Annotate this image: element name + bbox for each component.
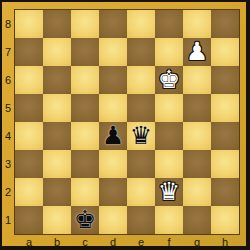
square-h2[interactable] — [211, 178, 239, 206]
square-e6[interactable] — [127, 66, 155, 94]
square-a2[interactable] — [15, 178, 43, 206]
square-h3[interactable] — [211, 150, 239, 178]
square-f1[interactable] — [155, 206, 183, 234]
rank-label-3: 3 — [2, 150, 14, 178]
square-d3[interactable] — [99, 150, 127, 178]
square-g4[interactable] — [183, 122, 211, 150]
square-g8[interactable] — [183, 10, 211, 38]
square-b7[interactable] — [43, 38, 71, 66]
rank-label-8: 8 — [2, 10, 14, 38]
square-d2[interactable] — [99, 178, 127, 206]
rank-label-5: 5 — [2, 94, 14, 122]
square-g2[interactable] — [183, 178, 211, 206]
square-b6[interactable] — [43, 66, 71, 94]
square-f2[interactable]: ♛ — [155, 178, 183, 206]
square-g1[interactable] — [183, 206, 211, 234]
file-label-g: g — [183, 236, 211, 249]
chess-diagram: ♟♚♟♛♛♚ 87654321 abcdefgh — [0, 0, 250, 250]
square-e1[interactable] — [127, 206, 155, 234]
rank-label-7: 7 — [2, 38, 14, 66]
square-h8[interactable] — [211, 10, 239, 38]
square-d6[interactable] — [99, 66, 127, 94]
square-h4[interactable] — [211, 122, 239, 150]
white-pawn[interactable]: ♟ — [186, 38, 208, 66]
square-f4[interactable] — [155, 122, 183, 150]
square-c2[interactable] — [71, 178, 99, 206]
square-e4[interactable]: ♛ — [127, 122, 155, 150]
square-g5[interactable] — [183, 94, 211, 122]
square-c4[interactable] — [71, 122, 99, 150]
square-f3[interactable] — [155, 150, 183, 178]
square-h1[interactable] — [211, 206, 239, 234]
square-b1[interactable] — [43, 206, 71, 234]
square-e2[interactable] — [127, 178, 155, 206]
square-b2[interactable] — [43, 178, 71, 206]
square-c8[interactable] — [71, 10, 99, 38]
square-h6[interactable] — [211, 66, 239, 94]
square-g6[interactable] — [183, 66, 211, 94]
square-d8[interactable] — [99, 10, 127, 38]
square-a6[interactable] — [15, 66, 43, 94]
square-f5[interactable] — [155, 94, 183, 122]
rank-label-1: 1 — [2, 206, 14, 234]
square-g3[interactable] — [183, 150, 211, 178]
file-label-d: d — [99, 236, 127, 249]
black-queen[interactable]: ♛ — [130, 122, 152, 150]
black-pawn[interactable]: ♟ — [102, 122, 124, 150]
white-queen[interactable]: ♛ — [158, 178, 180, 206]
square-e3[interactable] — [127, 150, 155, 178]
white-king[interactable]: ♚ — [158, 66, 180, 94]
square-b5[interactable] — [43, 94, 71, 122]
square-c5[interactable] — [71, 94, 99, 122]
square-f8[interactable] — [155, 10, 183, 38]
square-h5[interactable] — [211, 94, 239, 122]
square-d7[interactable] — [99, 38, 127, 66]
square-g7[interactable]: ♟ — [183, 38, 211, 66]
square-f6[interactable]: ♚ — [155, 66, 183, 94]
square-a5[interactable] — [15, 94, 43, 122]
file-label-e: e — [127, 236, 155, 249]
rank-label-6: 6 — [2, 66, 14, 94]
square-b8[interactable] — [43, 10, 71, 38]
file-label-a: a — [15, 236, 43, 249]
rank-label-2: 2 — [2, 178, 14, 206]
square-c7[interactable] — [71, 38, 99, 66]
square-h7[interactable] — [211, 38, 239, 66]
square-a4[interactable] — [15, 122, 43, 150]
square-a1[interactable] — [15, 206, 43, 234]
square-a3[interactable] — [15, 150, 43, 178]
square-b4[interactable] — [43, 122, 71, 150]
square-f7[interactable] — [155, 38, 183, 66]
square-b3[interactable] — [43, 150, 71, 178]
rank-label-4: 4 — [2, 122, 14, 150]
square-e7[interactable] — [127, 38, 155, 66]
square-a7[interactable] — [15, 38, 43, 66]
square-d4[interactable]: ♟ — [99, 122, 127, 150]
file-label-h: h — [211, 236, 239, 249]
square-a8[interactable] — [15, 10, 43, 38]
square-e8[interactable] — [127, 10, 155, 38]
square-d1[interactable] — [99, 206, 127, 234]
square-d5[interactable] — [99, 94, 127, 122]
board: ♟♚♟♛♛♚ — [14, 9, 240, 235]
square-c3[interactable] — [71, 150, 99, 178]
square-c6[interactable] — [71, 66, 99, 94]
file-label-c: c — [71, 236, 99, 249]
square-e5[interactable] — [127, 94, 155, 122]
square-c1[interactable]: ♚ — [71, 206, 99, 234]
black-king[interactable]: ♚ — [74, 206, 96, 234]
file-label-f: f — [155, 236, 183, 249]
file-label-b: b — [43, 236, 71, 249]
